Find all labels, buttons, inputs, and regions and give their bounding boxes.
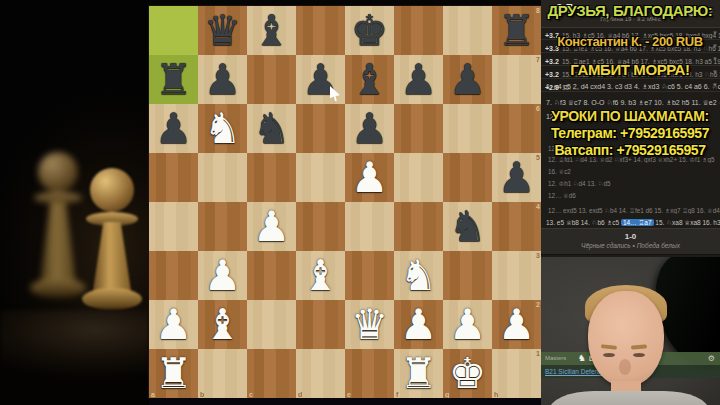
result-score: 1-0 bbox=[541, 232, 720, 241]
square-e5[interactable]: ♟ bbox=[345, 153, 394, 202]
coordinate-file-d: d bbox=[298, 391, 302, 398]
square-a1[interactable]: ♜a bbox=[149, 349, 198, 398]
chess-board[interactable]: ♛♝♚♜8♜♟♟♝♟♟7♟♞♞♟6♟♟5♟♞4♟♝♞3♟♝♛♟♟♟2♜abcde… bbox=[149, 6, 541, 398]
square-f7[interactable]: ♟ bbox=[394, 55, 443, 104]
streamer-shirt bbox=[549, 391, 709, 405]
square-h6[interactable]: 6 bbox=[492, 104, 541, 153]
white-knight[interactable]: ♞ bbox=[394, 251, 443, 300]
black-pawn[interactable]: ♟ bbox=[345, 104, 394, 153]
photo-pawn-front bbox=[84, 168, 140, 318]
streamer-nose bbox=[619, 359, 631, 375]
square-d6[interactable] bbox=[296, 104, 345, 153]
square-f8[interactable] bbox=[394, 6, 443, 55]
square-g6[interactable] bbox=[443, 104, 492, 153]
current-line[interactable]: 13. e5 ♕b8 14. ♘b6 ♗c5 14… ♖a7 15. ♘xa8 … bbox=[541, 219, 720, 227]
streamer-eye bbox=[633, 353, 645, 357]
square-g1[interactable]: ♚g bbox=[443, 349, 492, 398]
black-rook[interactable]: ♜ bbox=[492, 6, 541, 55]
square-f1[interactable]: ♜f bbox=[394, 349, 443, 398]
square-a6[interactable]: ♟ bbox=[149, 104, 198, 153]
coordinate-file-a: a bbox=[151, 391, 155, 398]
square-a3[interactable] bbox=[149, 251, 198, 300]
coordinate-file-e: e bbox=[347, 391, 351, 398]
mainline-moves[interactable]: 7. ♘f3 ♕c7 8. O-O ♘f6 9. b3 ♗e7 10. ♗b2 … bbox=[541, 99, 720, 107]
black-pawn[interactable]: ♟ bbox=[149, 104, 198, 153]
white-pawn[interactable]: ♟ bbox=[443, 300, 492, 349]
square-c2[interactable] bbox=[247, 300, 296, 349]
black-knight[interactable]: ♞ bbox=[443, 202, 492, 251]
square-b8[interactable]: ♛ bbox=[198, 6, 247, 55]
streamer-eye bbox=[603, 353, 615, 357]
square-e6[interactable]: ♟ bbox=[345, 104, 394, 153]
overlay-lessons: УРОКИ ПО ШАХМАТАМ: bbox=[540, 108, 720, 124]
square-d3[interactable]: ♝ bbox=[296, 251, 345, 300]
square-a7[interactable]: ♜ bbox=[149, 55, 198, 104]
square-f6[interactable] bbox=[394, 104, 443, 153]
black-king[interactable]: ♚ bbox=[345, 6, 394, 55]
square-c5[interactable] bbox=[247, 153, 296, 202]
square-g7[interactable]: ♟ bbox=[443, 55, 492, 104]
variation-line[interactable]: 12. ♔h1 ♘d4 13. ♘d5 bbox=[541, 180, 720, 187]
photo-pawn-back bbox=[32, 152, 84, 312]
white-bishop[interactable]: ♝ bbox=[296, 251, 345, 300]
square-d7[interactable]: ♟ bbox=[296, 55, 345, 104]
square-g3[interactable] bbox=[443, 251, 492, 300]
coordinate-rank-2: 2 bbox=[536, 301, 540, 308]
black-bishop[interactable]: ♝ bbox=[247, 6, 296, 55]
square-h8[interactable]: ♜8 bbox=[492, 6, 541, 55]
square-a5[interactable] bbox=[149, 153, 198, 202]
square-c3[interactable] bbox=[247, 251, 296, 300]
white-pawn[interactable]: ♟ bbox=[492, 300, 541, 349]
square-d4[interactable] bbox=[296, 202, 345, 251]
black-pawn[interactable]: ♟ bbox=[296, 55, 345, 104]
overlay-donation: Константин К. - 200 RUB bbox=[540, 34, 720, 49]
board-bottom-strip bbox=[149, 398, 541, 405]
square-a4[interactable] bbox=[149, 202, 198, 251]
square-b6[interactable]: ♞ bbox=[198, 104, 247, 153]
coordinate-rank-1: 1 bbox=[536, 350, 540, 357]
coordinate-file-f: f bbox=[396, 391, 398, 398]
white-knight[interactable]: ♞ bbox=[198, 104, 247, 153]
square-h4[interactable]: 4 bbox=[492, 202, 541, 251]
white-bishop[interactable]: ♝ bbox=[198, 300, 247, 349]
coordinate-file-h: h bbox=[494, 391, 498, 398]
variation-line[interactable]: 12… ♕d6 bbox=[541, 192, 720, 199]
overlay-thanks: ДРУЗЬЯ, БЛАГОДАРЮ: bbox=[540, 2, 720, 19]
square-h2[interactable]: ♟2 bbox=[492, 300, 541, 349]
square-c1[interactable]: c bbox=[247, 349, 296, 398]
mainline-moves[interactable]: 1. e4 c5 2. d4 cxd4 3. c3 d3 4. ♗xd3 ♘c6… bbox=[541, 83, 720, 91]
square-e3[interactable] bbox=[345, 251, 394, 300]
square-b2[interactable]: ♝ bbox=[198, 300, 247, 349]
square-h1[interactable]: 1h bbox=[492, 349, 541, 398]
square-c7[interactable] bbox=[247, 55, 296, 104]
square-e1[interactable]: e bbox=[345, 349, 394, 398]
variation-line[interactable]: 16. ♕c2 bbox=[541, 168, 720, 175]
streamer bbox=[541, 257, 720, 405]
variation-line[interactable]: 12… exd5 13. exd5 ♘b4 14. ♖fe1 d6 15. ♗x… bbox=[541, 207, 720, 214]
square-h5[interactable]: ♟5 bbox=[492, 153, 541, 202]
coordinate-rank-4: 4 bbox=[536, 203, 540, 210]
square-d2[interactable] bbox=[296, 300, 345, 349]
moves-before-current[interactable]: 13. e5 ♕b8 14. ♘b6 ♗c5 bbox=[546, 219, 619, 226]
square-b4[interactable] bbox=[198, 202, 247, 251]
square-g4[interactable]: ♞ bbox=[443, 202, 492, 251]
square-h7[interactable]: 7 bbox=[492, 55, 541, 104]
square-d8[interactable] bbox=[296, 6, 345, 55]
white-pawn[interactable]: ♟ bbox=[198, 251, 247, 300]
square-b3[interactable]: ♟ bbox=[198, 251, 247, 300]
overlay-telegram: Телеграм: +79529165957 bbox=[540, 125, 720, 141]
square-f2[interactable]: ♟ bbox=[394, 300, 443, 349]
result-text: Чёрные сдались • Победа белых bbox=[541, 242, 720, 249]
square-e7[interactable]: ♝ bbox=[345, 55, 394, 104]
black-pawn[interactable]: ♟ bbox=[394, 55, 443, 104]
black-pawn[interactable]: ♟ bbox=[198, 55, 247, 104]
black-rook[interactable]: ♜ bbox=[149, 55, 198, 104]
white-pawn[interactable]: ♟ bbox=[345, 153, 394, 202]
square-c4[interactable]: ♟ bbox=[247, 202, 296, 251]
stream-frame: ♛♝♚♜8♜♟♟♝♟♟7♟♞♞♟6♟♟5♟♞4♟♝♞3♟♝♛♟♟♟2♜abcde… bbox=[0, 0, 720, 405]
square-b1[interactable]: b bbox=[198, 349, 247, 398]
square-f4[interactable] bbox=[394, 202, 443, 251]
square-g8[interactable] bbox=[443, 6, 492, 55]
square-h3[interactable]: 3 bbox=[492, 251, 541, 300]
black-queen[interactable]: ♛ bbox=[198, 6, 247, 55]
coordinate-file-b: b bbox=[200, 391, 204, 398]
coordinate-file-g: g bbox=[445, 391, 449, 398]
square-d1[interactable]: d bbox=[296, 349, 345, 398]
square-a8[interactable] bbox=[149, 6, 198, 55]
photo-chess-pieces bbox=[0, 0, 149, 405]
black-pawn[interactable]: ♟ bbox=[443, 55, 492, 104]
white-rook[interactable]: ♜ bbox=[149, 349, 198, 398]
square-e8[interactable]: ♚ bbox=[345, 6, 394, 55]
white-pawn[interactable]: ♟ bbox=[394, 300, 443, 349]
black-pawn[interactable]: ♟ bbox=[492, 153, 541, 202]
coordinate-file-c: c bbox=[249, 391, 253, 398]
black-bishop[interactable]: ♝ bbox=[345, 55, 394, 104]
square-d5[interactable] bbox=[296, 153, 345, 202]
overlay-gambit: ГАМБИТ МОРРА! bbox=[540, 61, 720, 78]
square-g5[interactable] bbox=[443, 153, 492, 202]
photo-floor bbox=[0, 310, 149, 405]
square-g2[interactable]: ♟ bbox=[443, 300, 492, 349]
white-pawn[interactable]: ♟ bbox=[247, 202, 296, 251]
square-b5[interactable] bbox=[198, 153, 247, 202]
overlay-whatsapp: Ватсапп: +79529165957 bbox=[540, 142, 720, 158]
game-result: 1-0 Чёрные сдались • Победа белых bbox=[541, 228, 720, 255]
square-f3[interactable]: ♞ bbox=[394, 251, 443, 300]
square-f5[interactable] bbox=[394, 153, 443, 202]
white-king[interactable]: ♚ bbox=[443, 349, 492, 398]
current-move[interactable]: 14… ♖a7 bbox=[621, 219, 654, 226]
square-e4[interactable] bbox=[345, 202, 394, 251]
black-knight[interactable]: ♞ bbox=[247, 104, 296, 153]
square-c6[interactable]: ♞ bbox=[247, 104, 296, 153]
square-c8[interactable]: ♝ bbox=[247, 6, 296, 55]
white-pawn[interactable]: ♟ bbox=[149, 300, 198, 349]
white-queen[interactable]: ♛ bbox=[345, 300, 394, 349]
square-a2[interactable]: ♟ bbox=[149, 300, 198, 349]
white-rook[interactable]: ♜ bbox=[394, 349, 443, 398]
webcam-feed: Masters ♞ Lichess database ⚙ B21 Sicilia… bbox=[541, 257, 720, 405]
moves-after-current[interactable]: 15. ♘xa8 ♕xa8 16. h3 bbox=[655, 219, 720, 226]
square-b7[interactable]: ♟ bbox=[198, 55, 247, 104]
coordinate-rank-3: 3 bbox=[536, 252, 540, 259]
square-e2[interactable]: ♛ bbox=[345, 300, 394, 349]
